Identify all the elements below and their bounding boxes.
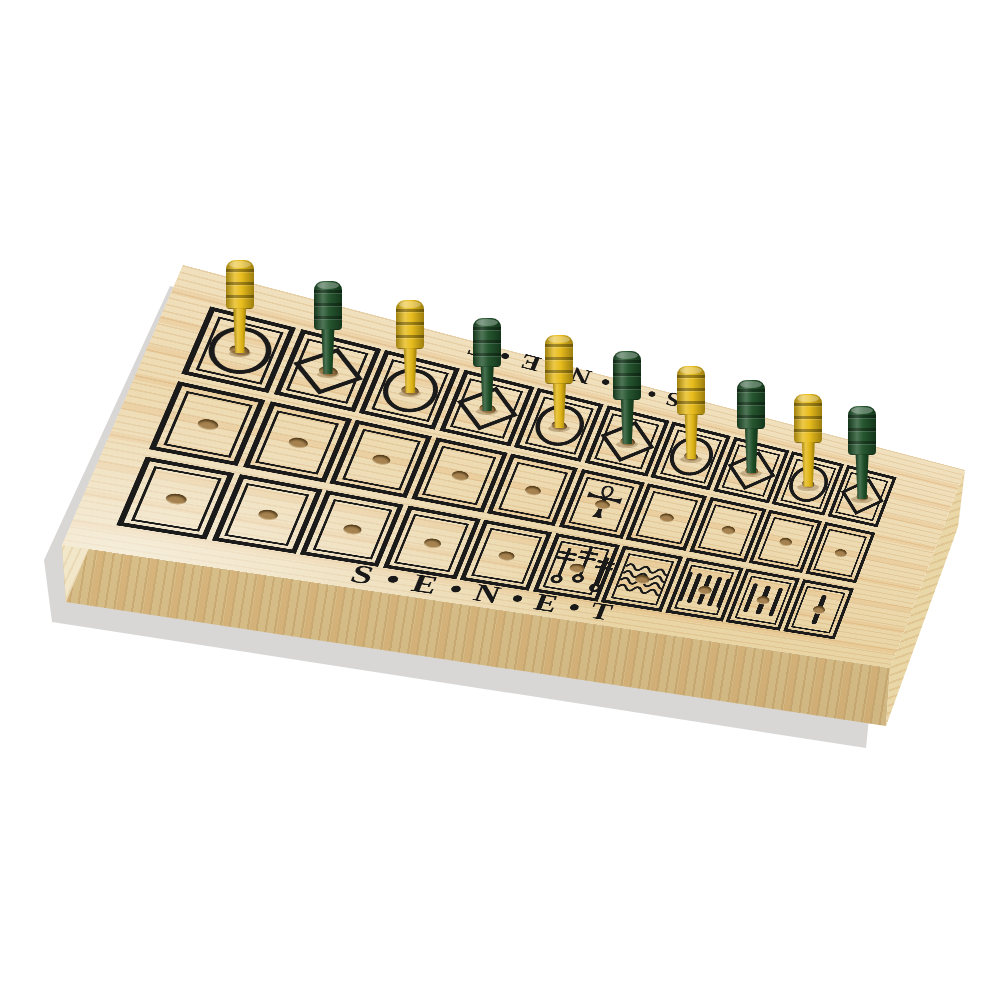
peg-head: [226, 260, 254, 309]
peg-shaft: [314, 329, 342, 374]
peg-9-yellow[interactable]: [794, 394, 822, 487]
peg-head: [473, 318, 501, 367]
peg-shaft: [737, 428, 765, 473]
peg-shaft: [545, 383, 573, 428]
peg-shaft: [473, 366, 501, 411]
peg-shaft: [794, 442, 822, 487]
peg-10-green[interactable]: [848, 406, 876, 499]
product-photo-stage: S • E • N • E • T S • E • N • E • T ☥: [0, 0, 1000, 1000]
peg-4-green[interactable]: [473, 318, 501, 411]
peg-shaft: [226, 308, 254, 353]
peg-1-yellow[interactable]: [226, 260, 254, 353]
peg-2-green[interactable]: [314, 281, 342, 374]
peg-head: [314, 281, 342, 330]
peg-head: [794, 394, 822, 443]
peg-head: [396, 300, 424, 349]
peg-shaft: [677, 414, 705, 459]
peg-head: [737, 380, 765, 429]
peg-head: [613, 351, 641, 400]
peg-head: [545, 335, 573, 384]
peg-shaft: [613, 399, 641, 444]
peg-7-yellow[interactable]: [677, 366, 705, 459]
peg-6-green[interactable]: [613, 351, 641, 444]
peg-3-yellow[interactable]: [396, 300, 424, 393]
peg-head: [848, 406, 876, 455]
peg-shaft: [848, 454, 876, 499]
peg-shaft: [396, 348, 424, 393]
peg-head: [677, 366, 705, 415]
peg-8-green[interactable]: [737, 380, 765, 473]
peg-5-yellow[interactable]: [545, 335, 573, 428]
